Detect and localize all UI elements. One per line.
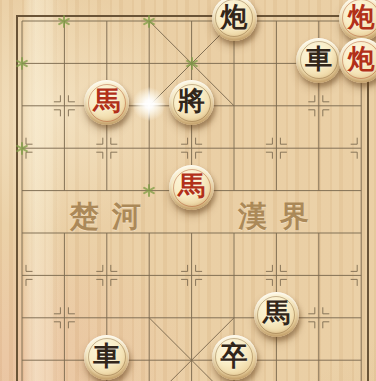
piece-character: 炮	[348, 46, 375, 73]
piece-character: 馬	[178, 173, 205, 200]
piece-black-chariot-b[interactable]: 車	[84, 335, 129, 380]
pine-sprig-decoration	[143, 184, 156, 197]
pine-sprig-decoration	[185, 57, 198, 70]
piece-character: 車	[93, 343, 120, 370]
last-move-glow	[131, 86, 167, 122]
piece-character: 卒	[221, 343, 248, 370]
xiangqi-board[interactable]: 楚河 漢界 炮炮車炮馬將馬馬車卒	[0, 0, 376, 381]
piece-character: 炮	[221, 4, 248, 31]
river-label-left: 楚河	[70, 197, 154, 237]
piece-black-cannon-a[interactable]: 炮	[212, 0, 257, 41]
piece-black-chariot-a[interactable]: 車	[296, 38, 341, 83]
river-label-right: 漢界	[238, 197, 322, 237]
pine-sprig-decoration	[143, 15, 156, 28]
piece-character: 車	[305, 46, 332, 73]
pine-sprig-decoration	[58, 15, 71, 28]
pine-sprig-decoration	[16, 142, 29, 155]
piece-black-soldier-a[interactable]: 卒	[212, 335, 257, 380]
piece-character: 馬	[93, 88, 120, 115]
piece-red-horse-b[interactable]: 馬	[169, 165, 214, 210]
piece-character: 馬	[263, 300, 290, 327]
pine-sprig-decoration	[16, 57, 29, 70]
piece-black-horse-a[interactable]: 馬	[254, 292, 299, 337]
piece-character: 炮	[348, 4, 375, 31]
piece-character: 將	[178, 88, 205, 115]
